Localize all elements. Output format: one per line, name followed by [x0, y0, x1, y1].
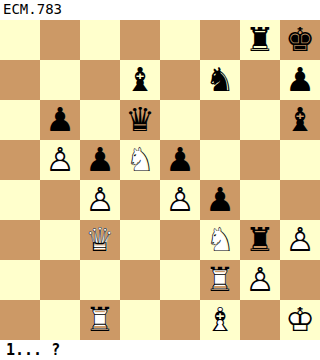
piece-white-queen: ♛♕ [80, 220, 120, 260]
piece-white-rook: ♜♖ [200, 260, 240, 300]
square-b1[interactable] [40, 300, 80, 340]
piece-black-pawn: ♟ [160, 140, 200, 180]
square-c3[interactable]: ♛♕ [80, 220, 120, 260]
square-h3[interactable]: ♟♙ [280, 220, 320, 260]
square-d8[interactable] [120, 20, 160, 60]
square-b7[interactable] [40, 60, 80, 100]
square-f5[interactable] [200, 140, 240, 180]
piece-black-rook: ♜ [240, 220, 280, 260]
square-e8[interactable] [160, 20, 200, 60]
piece-black-rook: ♜ [240, 20, 280, 60]
square-c8[interactable] [80, 20, 120, 60]
square-d4[interactable] [120, 180, 160, 220]
square-f8[interactable] [200, 20, 240, 60]
piece-white-pawn: ♟♙ [160, 180, 200, 220]
square-h4[interactable] [280, 180, 320, 220]
square-c6[interactable] [80, 100, 120, 140]
square-g4[interactable] [240, 180, 280, 220]
square-d1[interactable] [120, 300, 160, 340]
square-a6[interactable] [0, 100, 40, 140]
square-d2[interactable] [120, 260, 160, 300]
square-g8[interactable]: ♜ [240, 20, 280, 60]
piece-white-pawn: ♟♙ [80, 180, 120, 220]
square-c4[interactable]: ♟♙ [80, 180, 120, 220]
piece-black-pawn: ♟ [80, 140, 120, 180]
piece-black-queen: ♛ [120, 100, 160, 140]
square-h2[interactable] [280, 260, 320, 300]
piece-black-pawn: ♟ [40, 100, 80, 140]
square-g3[interactable]: ♜ [240, 220, 280, 260]
square-g5[interactable] [240, 140, 280, 180]
square-f3[interactable]: ♞♘ [200, 220, 240, 260]
piece-black-pawn: ♟ [200, 180, 240, 220]
square-a7[interactable] [0, 60, 40, 100]
square-f7[interactable]: ♞ [200, 60, 240, 100]
square-a5[interactable] [0, 140, 40, 180]
chess-board: ♜♚♝♞♟♟♛♝♟♙♟♞♘♟♟♙♟♙♟♛♕♞♘♜♟♙♜♖♟♙♜♖♝♗♚♔ [0, 20, 320, 340]
piece-white-rook: ♜♖ [80, 300, 120, 340]
square-e6[interactable] [160, 100, 200, 140]
square-f6[interactable] [200, 100, 240, 140]
square-a3[interactable] [0, 220, 40, 260]
square-c2[interactable] [80, 260, 120, 300]
piece-black-king: ♚ [280, 20, 320, 60]
square-a1[interactable] [0, 300, 40, 340]
square-d7[interactable]: ♝ [120, 60, 160, 100]
square-h7[interactable]: ♟ [280, 60, 320, 100]
square-b5[interactable]: ♟♙ [40, 140, 80, 180]
square-d5[interactable]: ♞♘ [120, 140, 160, 180]
square-c1[interactable]: ♜♖ [80, 300, 120, 340]
piece-black-pawn: ♟ [280, 60, 320, 100]
square-c5[interactable]: ♟ [80, 140, 120, 180]
square-c7[interactable] [80, 60, 120, 100]
square-f1[interactable]: ♝♗ [200, 300, 240, 340]
piece-black-knight: ♞ [200, 60, 240, 100]
square-f4[interactable]: ♟ [200, 180, 240, 220]
square-h6[interactable]: ♝ [280, 100, 320, 140]
piece-white-knight: ♞♘ [200, 220, 240, 260]
square-g7[interactable] [240, 60, 280, 100]
piece-black-bishop: ♝ [280, 100, 320, 140]
square-e2[interactable] [160, 260, 200, 300]
square-d6[interactable]: ♛ [120, 100, 160, 140]
piece-white-bishop: ♝♗ [200, 300, 240, 340]
piece-white-king: ♚♔ [280, 300, 320, 340]
square-b4[interactable] [40, 180, 80, 220]
square-d3[interactable] [120, 220, 160, 260]
square-a4[interactable] [0, 180, 40, 220]
square-h8[interactable]: ♚ [280, 20, 320, 60]
piece-white-knight: ♞♘ [120, 140, 160, 180]
square-e3[interactable] [160, 220, 200, 260]
square-a2[interactable] [0, 260, 40, 300]
move-prompt: 1... ? [0, 340, 320, 360]
puzzle-title: ECM.783 [0, 0, 320, 20]
square-f2[interactable]: ♜♖ [200, 260, 240, 300]
square-b3[interactable] [40, 220, 80, 260]
square-g1[interactable] [240, 300, 280, 340]
square-b6[interactable]: ♟ [40, 100, 80, 140]
square-g2[interactable]: ♟♙ [240, 260, 280, 300]
piece-white-pawn: ♟♙ [280, 220, 320, 260]
piece-white-pawn: ♟♙ [40, 140, 80, 180]
square-e1[interactable] [160, 300, 200, 340]
square-e7[interactable] [160, 60, 200, 100]
square-g6[interactable] [240, 100, 280, 140]
square-a8[interactable] [0, 20, 40, 60]
square-e5[interactable]: ♟ [160, 140, 200, 180]
square-h1[interactable]: ♚♔ [280, 300, 320, 340]
square-h5[interactable] [280, 140, 320, 180]
piece-black-bishop: ♝ [120, 60, 160, 100]
piece-white-pawn: ♟♙ [240, 260, 280, 300]
square-b8[interactable] [40, 20, 80, 60]
square-e4[interactable]: ♟♙ [160, 180, 200, 220]
square-b2[interactable] [40, 260, 80, 300]
